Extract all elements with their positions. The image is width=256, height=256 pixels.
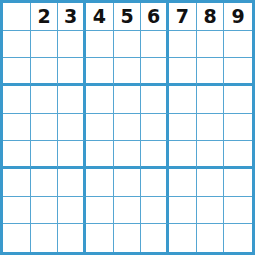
cell-r2c1[interactable] [3,31,31,59]
cell-r8c5[interactable] [114,197,142,225]
cell-r6c7[interactable] [169,141,197,169]
cell-r1c2[interactable]: 2 [31,3,59,31]
cell-r6c8[interactable] [197,141,225,169]
cell-r7c1[interactable] [3,169,31,197]
cell-r5c6[interactable] [141,114,169,142]
cell-r9c3[interactable] [58,224,86,252]
cell-r3c7[interactable] [169,58,197,86]
cell-r5c7[interactable] [169,114,197,142]
cell-r9c1[interactable] [3,224,31,252]
cell-r1c1[interactable] [3,3,31,31]
cell-r6c2[interactable] [31,141,59,169]
cell-r8c4[interactable] [86,197,114,225]
cell-r1c4[interactable]: 4 [86,3,114,31]
cell-r1c6[interactable]: 6 [141,3,169,31]
cell-r6c1[interactable] [3,141,31,169]
cell-r7c5[interactable] [114,169,142,197]
cell-r8c2[interactable] [31,197,59,225]
cell-r2c5[interactable] [114,31,142,59]
cell-r8c9[interactable] [224,197,252,225]
cell-r4c2[interactable] [31,86,59,114]
cell-r9c6[interactable] [141,224,169,252]
cell-r9c8[interactable] [197,224,225,252]
cell-r8c1[interactable] [3,197,31,225]
cell-r4c3[interactable] [58,86,86,114]
cell-r5c9[interactable] [224,114,252,142]
cell-r5c4[interactable] [86,114,114,142]
cell-r5c8[interactable] [197,114,225,142]
cell-r8c3[interactable] [58,197,86,225]
cell-r1c9[interactable]: 9 [224,3,252,31]
cell-r1c5[interactable]: 5 [114,3,142,31]
cell-r6c9[interactable] [224,141,252,169]
cell-r7c8[interactable] [197,169,225,197]
cell-r6c6[interactable] [141,141,169,169]
cell-r4c8[interactable] [197,86,225,114]
cell-r2c3[interactable] [58,31,86,59]
cell-r5c5[interactable] [114,114,142,142]
cell-r1c8[interactable]: 8 [197,3,225,31]
cell-r8c7[interactable] [169,197,197,225]
cell-r9c2[interactable] [31,224,59,252]
cell-r3c9[interactable] [224,58,252,86]
cell-r3c1[interactable] [3,58,31,86]
cell-r7c9[interactable] [224,169,252,197]
cell-r7c7[interactable] [169,169,197,197]
cell-r4c1[interactable] [3,86,31,114]
cell-r2c6[interactable] [141,31,169,59]
cell-r3c8[interactable] [197,58,225,86]
cell-r6c3[interactable] [58,141,86,169]
cell-r6c4[interactable] [86,141,114,169]
cell-r7c6[interactable] [141,169,169,197]
cell-r7c2[interactable] [31,169,59,197]
cell-r3c6[interactable] [141,58,169,86]
cell-r9c9[interactable] [224,224,252,252]
cell-r2c9[interactable] [224,31,252,59]
cell-r1c3[interactable]: 3 [58,3,86,31]
cell-r8c6[interactable] [141,197,169,225]
cell-r2c8[interactable] [197,31,225,59]
cell-r9c5[interactable] [114,224,142,252]
cell-r9c4[interactable] [86,224,114,252]
cell-r3c3[interactable] [58,58,86,86]
cell-r3c2[interactable] [31,58,59,86]
cell-r4c9[interactable] [224,86,252,114]
cell-r6c5[interactable] [114,141,142,169]
cell-r3c5[interactable] [114,58,142,86]
cell-r3c4[interactable] [86,58,114,86]
cell-r5c1[interactable] [3,114,31,142]
cell-r4c5[interactable] [114,86,142,114]
cell-r7c4[interactable] [86,169,114,197]
cell-r8c8[interactable] [197,197,225,225]
cell-r7c3[interactable] [58,169,86,197]
cell-r2c2[interactable] [31,31,59,59]
cell-r4c6[interactable] [141,86,169,114]
cell-r5c2[interactable] [31,114,59,142]
cell-r9c7[interactable] [169,224,197,252]
cell-r1c7[interactable]: 7 [169,3,197,31]
cell-r2c4[interactable] [86,31,114,59]
cell-r4c4[interactable] [86,86,114,114]
sudoku-board: 23456789 [0,0,255,255]
cell-r5c3[interactable] [58,114,86,142]
cell-r4c7[interactable] [169,86,197,114]
cell-r2c7[interactable] [169,31,197,59]
